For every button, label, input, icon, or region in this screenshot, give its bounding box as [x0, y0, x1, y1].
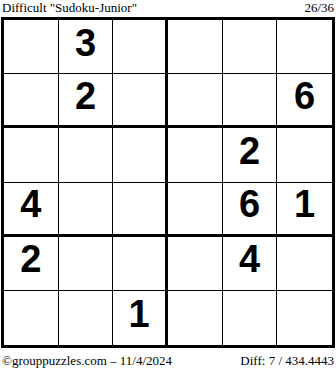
- cell-r5c2[interactable]: [59, 237, 114, 291]
- given-digit: 4: [20, 185, 41, 223]
- cell-r5c4[interactable]: [168, 237, 223, 291]
- cell-r6c4[interactable]: [168, 291, 223, 345]
- cell-r2c4[interactable]: [168, 74, 223, 128]
- given-digit: 2: [239, 132, 260, 170]
- given-digit: 2: [75, 77, 96, 115]
- cell-r1c4[interactable]: [168, 20, 223, 74]
- given-digit: 1: [294, 185, 315, 223]
- cell-r4c5[interactable]: 6: [223, 183, 278, 237]
- cell-r5c3[interactable]: [113, 237, 168, 291]
- header: Difficult "Sudoku-Junior" 26/36: [2, 0, 334, 16]
- footer: ©grouppuzzles.com – 11/4/2024 Diff: 7 / …: [2, 353, 334, 368]
- given-digit: 4: [239, 240, 260, 278]
- cells-counter: 26/36: [304, 0, 334, 15]
- cell-r6c5[interactable]: [223, 291, 278, 345]
- cell-r4c2[interactable]: [59, 183, 114, 237]
- cell-r3c4[interactable]: [168, 128, 223, 182]
- cell-r2c3[interactable]: [113, 74, 168, 128]
- cell-r3c5[interactable]: 2: [223, 128, 278, 182]
- given-digit: 6: [294, 77, 315, 115]
- cell-r1c6[interactable]: [277, 20, 332, 74]
- cell-r6c6[interactable]: [277, 291, 332, 345]
- cell-r1c1[interactable]: [4, 20, 59, 74]
- cell-r1c2[interactable]: 3: [59, 20, 114, 74]
- cell-r1c5[interactable]: [223, 20, 278, 74]
- cell-r4c6[interactable]: 1: [277, 183, 332, 237]
- cell-r6c1[interactable]: [4, 291, 59, 345]
- given-digit: 3: [75, 24, 96, 62]
- cell-r6c2[interactable]: [59, 291, 114, 345]
- cell-r5c1[interactable]: 2: [4, 237, 59, 291]
- sudoku-page: Difficult "Sudoku-Junior" 26/36 32624612…: [0, 0, 336, 370]
- cell-r3c6[interactable]: [277, 128, 332, 182]
- cell-r1c3[interactable]: [113, 20, 168, 74]
- cell-r4c1[interactable]: 4: [4, 183, 59, 237]
- cell-r5c5[interactable]: 4: [223, 237, 278, 291]
- given-digit: 1: [129, 295, 150, 333]
- cell-r2c6[interactable]: 6: [277, 74, 332, 128]
- cell-r4c3[interactable]: [113, 183, 168, 237]
- cell-r3c3[interactable]: [113, 128, 168, 182]
- cell-r2c1[interactable]: [4, 74, 59, 128]
- cell-r5c6[interactable]: [277, 237, 332, 291]
- cell-r2c5[interactable]: [223, 74, 278, 128]
- copyright-text: ©grouppuzzles.com – 11/4/2024: [2, 353, 172, 368]
- cell-r3c2[interactable]: [59, 128, 114, 182]
- sudoku-board: 3262461241: [1, 17, 335, 348]
- given-digit: 2: [20, 240, 41, 278]
- cell-r4c4[interactable]: [168, 183, 223, 237]
- cell-r2c2[interactable]: 2: [59, 74, 114, 128]
- cell-r6c3[interactable]: 1: [113, 291, 168, 345]
- given-digit: 6: [239, 185, 260, 223]
- puzzle-title: Difficult "Sudoku-Junior": [2, 0, 137, 15]
- cell-r3c1[interactable]: [4, 128, 59, 182]
- difficulty-text: Diff: 7 / 434.4443: [240, 353, 334, 368]
